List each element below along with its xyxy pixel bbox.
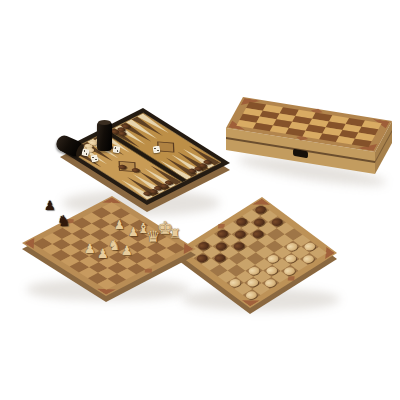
chess-box-latch: [293, 149, 308, 158]
chess-piece-light-pawn: ♟: [114, 219, 125, 231]
chess-piece-dark-knight: ♞: [57, 214, 70, 229]
die: [81, 148, 89, 156]
product-photo: ♟♞♟♟♞♟♟♟♝♛♚♜: [0, 0, 400, 400]
chess-piece-light-rook: ♜: [169, 227, 181, 240]
chess-piece-light-pawn: ♟: [121, 244, 133, 257]
backgammon-board: [60, 108, 230, 205]
die: [113, 146, 121, 154]
chess-piece-light-pawn: ♟: [84, 242, 96, 255]
dice-cup-standing: [97, 122, 112, 151]
chess-piece-light-pawn: ♟: [97, 247, 109, 260]
chess-piece-dark-pawn: ♟: [44, 199, 56, 212]
dice-cup-lying: [54, 133, 85, 159]
die: [153, 146, 161, 154]
chess-piece-light-knight: ♞: [108, 238, 121, 252]
